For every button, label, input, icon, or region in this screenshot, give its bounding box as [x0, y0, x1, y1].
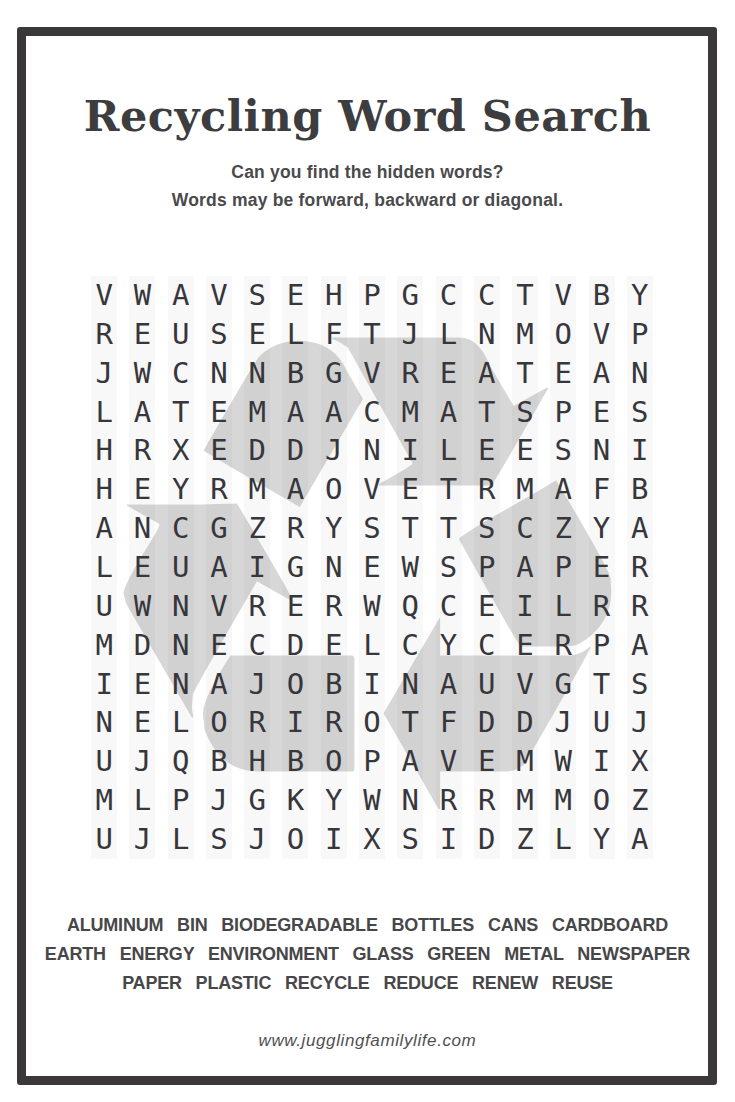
- grid-cell-r9c2: W: [123, 587, 161, 626]
- grid-cell-r15c7: I: [315, 820, 353, 859]
- grid-cell-r13c1: U: [85, 742, 123, 781]
- grid-cell-r7c1: A: [85, 509, 123, 548]
- grid-cell-r14c15: Z: [621, 781, 659, 820]
- grid-cell-r13c7: O: [315, 742, 353, 781]
- grid-cell-r8c8: E: [353, 548, 391, 587]
- grid-cell-r7c11: S: [468, 509, 506, 548]
- grid-cell-r14c13: M: [544, 781, 582, 820]
- grid-cell-r4c8: C: [353, 393, 391, 432]
- grid-cell-r6c8: V: [353, 470, 391, 509]
- grid-cell-r4c9: M: [391, 393, 429, 432]
- grid-cell-r13c3: Q: [162, 742, 200, 781]
- page-title: Recycling Word Search: [0, 92, 735, 141]
- grid-cell-r3c3: C: [162, 354, 200, 393]
- grid-cell-r9c7: R: [315, 587, 353, 626]
- grid-cell-r11c9: N: [391, 665, 429, 704]
- grid-cell-r8c1: L: [85, 548, 123, 587]
- grid-cell-r5c15: I: [621, 431, 659, 470]
- grid-cell-r2c1: R: [85, 315, 123, 354]
- grid-cell-r7c15: A: [621, 509, 659, 548]
- grid-cell-r3c5: N: [238, 354, 276, 393]
- grid-cell-r9c13: L: [544, 587, 582, 626]
- grid-cell-r1c7: H: [315, 276, 353, 315]
- grid-cell-r14c1: M: [85, 781, 123, 820]
- grid-cell-r5c6: D: [276, 431, 314, 470]
- grid-cell-r7c12: C: [506, 509, 544, 548]
- grid-cell-r10c9: C: [391, 626, 429, 665]
- grid-cell-r7c8: S: [353, 509, 391, 548]
- grid-cell-r2c2: E: [123, 315, 161, 354]
- grid-cell-r3c1: J: [85, 354, 123, 393]
- grid-cell-r10c10: Y: [429, 626, 467, 665]
- grid-cell-r8c6: G: [276, 548, 314, 587]
- grid-cell-r9c8: W: [353, 587, 391, 626]
- grid-cell-r6c9: E: [391, 470, 429, 509]
- grid-cell-r1c5: S: [238, 276, 276, 315]
- grid-cell-r6c5: M: [238, 470, 276, 509]
- grid-cell-r4c14: E: [582, 393, 620, 432]
- grid-cell-r14c8: W: [353, 781, 391, 820]
- grid-cell-r13c13: W: [544, 742, 582, 781]
- grid-cell-r7c3: C: [162, 509, 200, 548]
- grid-cell-r3c2: W: [123, 354, 161, 393]
- grid-cell-r9c12: I: [506, 587, 544, 626]
- grid-cell-r5c8: N: [353, 431, 391, 470]
- worksheet-page: Recycling Word Search Can you find the h…: [0, 0, 735, 1102]
- footer-url: www.jugglingfamilylife.com: [0, 1031, 735, 1051]
- grid-cell-r13c14: I: [582, 742, 620, 781]
- grid-cell-r6c11: R: [468, 470, 506, 509]
- grid-cell-r4c13: P: [544, 393, 582, 432]
- grid-cell-r14c7: Y: [315, 781, 353, 820]
- grid-cell-r4c4: E: [200, 393, 238, 432]
- grid-cell-r3c12: T: [506, 354, 544, 393]
- grid-cell-r12c3: L: [162, 704, 200, 743]
- grid-cell-r15c15: A: [621, 820, 659, 859]
- grid-cell-r14c3: P: [162, 781, 200, 820]
- grid-cell-r14c4: J: [200, 781, 238, 820]
- word-list-line-2: EARTH ENERGY ENVIRONMENT GLASS GREEN MET…: [0, 940, 735, 969]
- grid-cell-r5c4: E: [200, 431, 238, 470]
- grid-cell-r2c5: E: [238, 315, 276, 354]
- grid-cell-r11c8: I: [353, 665, 391, 704]
- grid-cell-r6c2: E: [123, 470, 161, 509]
- grid-cell-r13c5: H: [238, 742, 276, 781]
- grid-cell-r3c4: N: [200, 354, 238, 393]
- grid-cell-r8c7: N: [315, 548, 353, 587]
- grid-cell-r15c12: Z: [506, 820, 544, 859]
- grid-cell-r7c4: G: [200, 509, 238, 548]
- grid-cell-r10c3: N: [162, 626, 200, 665]
- grid-cell-r11c3: N: [162, 665, 200, 704]
- grid-cell-r5c3: X: [162, 431, 200, 470]
- grid-cell-r2c15: P: [621, 315, 659, 354]
- grid-cell-r9c4: V: [200, 587, 238, 626]
- grid-cell-r7c13: Z: [544, 509, 582, 548]
- grid-cell-r8c11: P: [468, 548, 506, 587]
- word-list: ALUMINUM BIN BIODEGRADABLE BOTTLES CANS …: [0, 911, 735, 998]
- grid-cell-r6c12: M: [506, 470, 544, 509]
- grid-cell-r13c4: B: [200, 742, 238, 781]
- grid-cell-r11c2: E: [123, 665, 161, 704]
- grid-cell-r7c10: T: [429, 509, 467, 548]
- grid-cell-r4c5: M: [238, 393, 276, 432]
- word-list-line-3: PAPER PLASTIC RECYCLE REDUCE RENEW REUSE: [0, 969, 735, 998]
- grid-cell-r1c10: C: [429, 276, 467, 315]
- grid-cell-r14c10: R: [429, 781, 467, 820]
- grid-cell-r13c6: B: [276, 742, 314, 781]
- grid-cell-r12c4: O: [200, 704, 238, 743]
- grid-cell-r10c12: E: [506, 626, 544, 665]
- grid-cell-r9c15: R: [621, 587, 659, 626]
- grid-cell-r2c9: J: [391, 315, 429, 354]
- grid-cell-r14c9: N: [391, 781, 429, 820]
- grid-cell-r8c14: E: [582, 548, 620, 587]
- grid-cell-r11c6: O: [276, 665, 314, 704]
- grid-cell-r13c9: A: [391, 742, 429, 781]
- grid-cell-r10c13: R: [544, 626, 582, 665]
- grid-cell-r10c5: C: [238, 626, 276, 665]
- grid-cell-r1c9: G: [391, 276, 429, 315]
- grid-cell-r15c3: L: [162, 820, 200, 859]
- grid-cell-r15c5: J: [238, 820, 276, 859]
- grid-cell-r3c10: E: [429, 354, 467, 393]
- grid-cell-r9c5: R: [238, 587, 276, 626]
- grid-cell-r13c10: V: [429, 742, 467, 781]
- grid-cell-r13c15: X: [621, 742, 659, 781]
- grid-cell-r8c9: W: [391, 548, 429, 587]
- grid-cell-r10c8: L: [353, 626, 391, 665]
- grid-cell-r2c14: V: [582, 315, 620, 354]
- grid-cell-r12c7: R: [315, 704, 353, 743]
- grid-cell-r11c4: A: [200, 665, 238, 704]
- grid-cell-r13c11: E: [468, 742, 506, 781]
- grid-cell-r5c5: D: [238, 431, 276, 470]
- grid-cell-r5c2: R: [123, 431, 161, 470]
- grid-cell-r7c5: Z: [238, 509, 276, 548]
- grid-cell-r2c11: N: [468, 315, 506, 354]
- grid-cell-r2c4: S: [200, 315, 238, 354]
- grid-cell-r12c11: D: [468, 704, 506, 743]
- grid-cell-r13c12: M: [506, 742, 544, 781]
- grid-cell-r14c2: L: [123, 781, 161, 820]
- grid-cell-r8c4: A: [200, 548, 238, 587]
- grid-cell-r8c5: I: [238, 548, 276, 587]
- grid-cell-r3c15: N: [621, 354, 659, 393]
- grid-cell-r4c12: S: [506, 393, 544, 432]
- grid-cell-r15c13: L: [544, 820, 582, 859]
- grid-cell-r14c12: M: [506, 781, 544, 820]
- grid-cell-r10c7: E: [315, 626, 353, 665]
- grid-cell-r3c7: G: [315, 354, 353, 393]
- grid-cell-r13c2: J: [123, 742, 161, 781]
- grid-cell-r15c4: S: [200, 820, 238, 859]
- grid-cell-r1c6: E: [276, 276, 314, 315]
- grid-cell-r2c3: U: [162, 315, 200, 354]
- grid-cell-r10c15: A: [621, 626, 659, 665]
- grid-cell-r12c13: J: [544, 704, 582, 743]
- grid-cell-r12c12: D: [506, 704, 544, 743]
- grid-cell-r12c10: F: [429, 704, 467, 743]
- instructions-line-1: Can you find the hidden words?: [0, 158, 735, 186]
- grid-cell-r3c14: A: [582, 354, 620, 393]
- grid-cell-r4c11: T: [468, 393, 506, 432]
- grid-cell-r9c1: U: [85, 587, 123, 626]
- grid-cell-r1c13: V: [544, 276, 582, 315]
- grid-cell-r15c9: S: [391, 820, 429, 859]
- grid-cell-r15c1: U: [85, 820, 123, 859]
- grid-cell-r5c7: J: [315, 431, 353, 470]
- grid-cell-r15c10: I: [429, 820, 467, 859]
- grid-cell-r2c7: F: [315, 315, 353, 354]
- grid-cell-r6c4: R: [200, 470, 238, 509]
- grid-cell-r7c7: Y: [315, 509, 353, 548]
- grid-cell-r9c6: E: [276, 587, 314, 626]
- grid-cell-r8c12: A: [506, 548, 544, 587]
- grid-cell-r7c14: Y: [582, 509, 620, 548]
- grid-cell-r12c15: J: [621, 704, 659, 743]
- grid-cell-r15c6: O: [276, 820, 314, 859]
- grid-cell-r12c9: T: [391, 704, 429, 743]
- grid-cell-r15c14: Y: [582, 820, 620, 859]
- grid-cell-r8c10: S: [429, 548, 467, 587]
- grid-cell-r6c3: Y: [162, 470, 200, 509]
- grid-cell-r11c5: J: [238, 665, 276, 704]
- grid-cell-r6c7: O: [315, 470, 353, 509]
- grid-cell-r5c11: E: [468, 431, 506, 470]
- grid-cell-r5c12: E: [506, 431, 544, 470]
- grid-cell-r1c15: Y: [621, 276, 659, 315]
- grid-cell-r4c3: T: [162, 393, 200, 432]
- grid-cell-r12c6: I: [276, 704, 314, 743]
- grid-cell-r10c4: E: [200, 626, 238, 665]
- grid-cell-r7c2: N: [123, 509, 161, 548]
- grid-cell-r12c1: N: [85, 704, 123, 743]
- grid-cell-r5c9: I: [391, 431, 429, 470]
- grid-cell-r1c1: V: [85, 276, 123, 315]
- grid-cell-r2c13: O: [544, 315, 582, 354]
- grid-cell-r10c6: D: [276, 626, 314, 665]
- grid-cell-r4c7: A: [315, 393, 353, 432]
- grid-cell-r10c14: P: [582, 626, 620, 665]
- grid-cell-r11c11: U: [468, 665, 506, 704]
- grid-cell-r3c13: E: [544, 354, 582, 393]
- grid-cell-r3c9: R: [391, 354, 429, 393]
- grid-cell-r3c6: B: [276, 354, 314, 393]
- grid-cell-r9c9: Q: [391, 587, 429, 626]
- grid-cell-r11c13: G: [544, 665, 582, 704]
- grid-cell-r6c10: T: [429, 470, 467, 509]
- grid-cell-r1c8: P: [353, 276, 391, 315]
- grid-cell-r10c1: M: [85, 626, 123, 665]
- grid-cell-r5c13: S: [544, 431, 582, 470]
- grid-cell-r8c2: E: [123, 548, 161, 587]
- grid-cell-r2c12: M: [506, 315, 544, 354]
- grid-cell-r14c5: G: [238, 781, 276, 820]
- grid-cell-r11c1: I: [85, 665, 123, 704]
- grid-cell-r2c6: L: [276, 315, 314, 354]
- grid-cell-r4c2: A: [123, 393, 161, 432]
- grid-cell-r1c12: T: [506, 276, 544, 315]
- grid-cell-r11c7: B: [315, 665, 353, 704]
- grid-cell-r5c14: N: [582, 431, 620, 470]
- grid-cell-r12c14: U: [582, 704, 620, 743]
- grid-cell-r14c14: O: [582, 781, 620, 820]
- grid-cell-r6c1: H: [85, 470, 123, 509]
- grid-cell-r4c6: A: [276, 393, 314, 432]
- grid-cell-r6c14: F: [582, 470, 620, 509]
- grid-cell-r3c11: A: [468, 354, 506, 393]
- grid-cell-r15c8: X: [353, 820, 391, 859]
- grid-cell-r15c11: D: [468, 820, 506, 859]
- grid-cell-r2c8: T: [353, 315, 391, 354]
- grid-cell-r11c12: V: [506, 665, 544, 704]
- grid-cell-r4c15: S: [621, 393, 659, 432]
- grid-cell-r7c6: R: [276, 509, 314, 548]
- grid-cell-r1c14: B: [582, 276, 620, 315]
- grid-cell-r14c6: K: [276, 781, 314, 820]
- grid-cell-r11c10: A: [429, 665, 467, 704]
- grid-cell-r1c11: C: [468, 276, 506, 315]
- grid-cell-r4c1: L: [85, 393, 123, 432]
- grid-cell-r8c3: U: [162, 548, 200, 587]
- grid-cell-r13c8: P: [353, 742, 391, 781]
- grid-cell-r8c13: P: [544, 548, 582, 587]
- grid-cell-r5c10: L: [429, 431, 467, 470]
- grid-cell-r12c2: E: [123, 704, 161, 743]
- grid-cell-r4c10: A: [429, 393, 467, 432]
- grid-cell-r11c14: T: [582, 665, 620, 704]
- grid-cell-r10c2: D: [123, 626, 161, 665]
- grid-cell-r1c3: A: [162, 276, 200, 315]
- grid-cell-r6c6: A: [276, 470, 314, 509]
- grid-cell-r15c2: J: [123, 820, 161, 859]
- grid-cell-r2c10: L: [429, 315, 467, 354]
- grid-cell-r9c10: C: [429, 587, 467, 626]
- grid-cell-r10c11: C: [468, 626, 506, 665]
- grid-cell-r6c15: B: [621, 470, 659, 509]
- grid-cell-r1c2: W: [123, 276, 161, 315]
- grid-cell-r9c11: E: [468, 587, 506, 626]
- grid-cell-r5c1: H: [85, 431, 123, 470]
- grid-cell-r9c14: R: [582, 587, 620, 626]
- grid-cell-r3c8: V: [353, 354, 391, 393]
- grid-cell-r8c15: R: [621, 548, 659, 587]
- grid-cell-r6c13: A: [544, 470, 582, 509]
- word-search-grid: VWAVSEHPGCCTVBYREUSELFTJLNMOVPJWCNNBGVRE…: [85, 276, 659, 859]
- grid-cell-r1c4: V: [200, 276, 238, 315]
- grid-cell-r7c9: T: [391, 509, 429, 548]
- grid-cell-r11c15: S: [621, 665, 659, 704]
- grid-cell-r9c3: N: [162, 587, 200, 626]
- grid-cell-r12c5: R: [238, 704, 276, 743]
- grid-cell-r14c11: R: [468, 781, 506, 820]
- word-list-line-1: ALUMINUM BIN BIODEGRADABLE BOTTLES CANS …: [0, 911, 735, 940]
- grid-cell-r12c8: O: [353, 704, 391, 743]
